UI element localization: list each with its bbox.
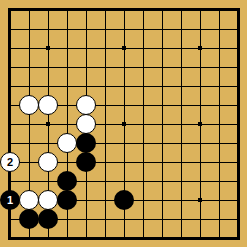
white-stone [76, 114, 96, 134]
white-stone [57, 133, 77, 153]
white-stone-move-2: 2 [0, 152, 20, 172]
black-stone [76, 133, 96, 153]
stone-move-number: 1 [7, 195, 13, 206]
grid-line-horizontal [10, 238, 239, 239]
star-point [122, 46, 126, 50]
white-stone [38, 190, 58, 210]
black-stone [57, 190, 77, 210]
black-stone [19, 209, 39, 229]
grid-line-vertical [219, 10, 220, 239]
go-board: 21 [0, 0, 247, 247]
grid-line-horizontal [10, 181, 239, 182]
black-stone [38, 209, 58, 229]
white-stone [38, 95, 58, 115]
white-stone [38, 152, 58, 172]
white-stone [19, 95, 39, 115]
grid-line-vertical [181, 10, 182, 239]
star-point [46, 46, 50, 50]
grid-line-vertical [143, 10, 144, 239]
star-point [198, 46, 202, 50]
white-stone [76, 95, 96, 115]
star-point [46, 122, 50, 126]
black-stone [76, 152, 96, 172]
grid-line-horizontal [10, 143, 239, 144]
black-stone-move-1: 1 [0, 190, 20, 210]
grid-line-vertical [162, 10, 163, 239]
grid-line-vertical [238, 10, 239, 239]
star-point [198, 198, 202, 202]
black-stone [114, 190, 134, 210]
star-point [122, 122, 126, 126]
black-stone [57, 171, 77, 191]
star-point [198, 122, 202, 126]
white-stone [19, 190, 39, 210]
stone-move-number: 2 [7, 157, 13, 168]
